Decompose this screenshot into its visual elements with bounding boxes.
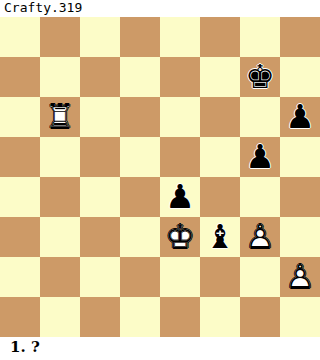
square-d3[interactable] <box>120 217 160 257</box>
square-h1[interactable] <box>280 297 320 337</box>
square-b8[interactable] <box>40 17 80 57</box>
piece-outline: ♖ <box>40 97 80 137</box>
chess-board: ♚♜♖♟♟♟♚♔♝♟♙♟♙ <box>0 17 320 337</box>
square-b3[interactable] <box>40 217 80 257</box>
black-pawn-piece[interactable]: ♟ <box>280 97 320 137</box>
square-h7[interactable] <box>280 57 320 97</box>
square-c4[interactable] <box>80 177 120 217</box>
piece-glyph: ♟ <box>240 137 280 177</box>
piece-outline: ♔ <box>160 217 200 257</box>
square-g8[interactable] <box>240 17 280 57</box>
square-h8[interactable] <box>280 17 320 57</box>
square-h6[interactable]: ♟ <box>280 97 320 137</box>
piece-glyph: ♟ <box>160 177 200 217</box>
square-d6[interactable] <box>120 97 160 137</box>
square-a2[interactable] <box>0 257 40 297</box>
square-c7[interactable] <box>80 57 120 97</box>
square-g5[interactable]: ♟ <box>240 137 280 177</box>
square-d8[interactable] <box>120 17 160 57</box>
square-e4[interactable]: ♟ <box>160 177 200 217</box>
square-a8[interactable] <box>0 17 40 57</box>
piece-glyph: ♟ <box>280 97 320 137</box>
black-pawn-piece[interactable]: ♟ <box>160 177 200 217</box>
square-g3[interactable]: ♟♙ <box>240 217 280 257</box>
square-f4[interactable] <box>200 177 240 217</box>
square-c1[interactable] <box>80 297 120 337</box>
square-e2[interactable] <box>160 257 200 297</box>
chess-app-window: Crafty.319 ♚♜♖♟♟♟♚♔♝♟♙♟♙ 1. ? <box>0 0 320 360</box>
square-f6[interactable] <box>200 97 240 137</box>
square-d7[interactable] <box>120 57 160 97</box>
square-d5[interactable] <box>120 137 160 177</box>
square-b4[interactable] <box>40 177 80 217</box>
square-d1[interactable] <box>120 297 160 337</box>
square-g6[interactable] <box>240 97 280 137</box>
square-h2[interactable]: ♟♙ <box>280 257 320 297</box>
square-g4[interactable] <box>240 177 280 217</box>
square-c6[interactable] <box>80 97 120 137</box>
square-c5[interactable] <box>80 137 120 177</box>
square-h3[interactable] <box>280 217 320 257</box>
square-h5[interactable] <box>280 137 320 177</box>
square-a5[interactable] <box>0 137 40 177</box>
piece-glyph: ♚ <box>240 57 280 97</box>
square-e3[interactable]: ♚♔ <box>160 217 200 257</box>
white-king-piece[interactable]: ♚♔ <box>160 217 200 257</box>
square-b6[interactable]: ♜♖ <box>40 97 80 137</box>
move-prompt: 1. ? <box>0 337 320 360</box>
square-b7[interactable] <box>40 57 80 97</box>
square-f8[interactable] <box>200 17 240 57</box>
square-a6[interactable] <box>0 97 40 137</box>
square-e1[interactable] <box>160 297 200 337</box>
square-f5[interactable] <box>200 137 240 177</box>
square-b5[interactable] <box>40 137 80 177</box>
square-f2[interactable] <box>200 257 240 297</box>
white-pawn-piece[interactable]: ♟♙ <box>280 257 320 297</box>
piece-outline: ♙ <box>240 217 280 257</box>
square-f1[interactable] <box>200 297 240 337</box>
square-a3[interactable] <box>0 217 40 257</box>
square-b1[interactable] <box>40 297 80 337</box>
square-c3[interactable] <box>80 217 120 257</box>
square-a1[interactable] <box>0 297 40 337</box>
square-h4[interactable] <box>280 177 320 217</box>
square-c8[interactable] <box>80 17 120 57</box>
black-pawn-piece[interactable]: ♟ <box>240 137 280 177</box>
white-rook-piece[interactable]: ♜♖ <box>40 97 80 137</box>
square-d4[interactable] <box>120 177 160 217</box>
square-g7[interactable]: ♚ <box>240 57 280 97</box>
square-e8[interactable] <box>160 17 200 57</box>
square-a7[interactable] <box>0 57 40 97</box>
square-a4[interactable] <box>0 177 40 217</box>
black-king-piece[interactable]: ♚ <box>240 57 280 97</box>
black-bishop-piece[interactable]: ♝ <box>200 217 240 257</box>
square-c2[interactable] <box>80 257 120 297</box>
window-title: Crafty.319 <box>0 0 320 17</box>
square-f3[interactable]: ♝ <box>200 217 240 257</box>
piece-glyph: ♝ <box>200 217 240 257</box>
square-d2[interactable] <box>120 257 160 297</box>
square-b2[interactable] <box>40 257 80 297</box>
square-e6[interactable] <box>160 97 200 137</box>
square-g2[interactable] <box>240 257 280 297</box>
white-pawn-piece[interactable]: ♟♙ <box>240 217 280 257</box>
square-e5[interactable] <box>160 137 200 177</box>
square-e7[interactable] <box>160 57 200 97</box>
square-f7[interactable] <box>200 57 240 97</box>
piece-outline: ♙ <box>280 257 320 297</box>
square-g1[interactable] <box>240 297 280 337</box>
